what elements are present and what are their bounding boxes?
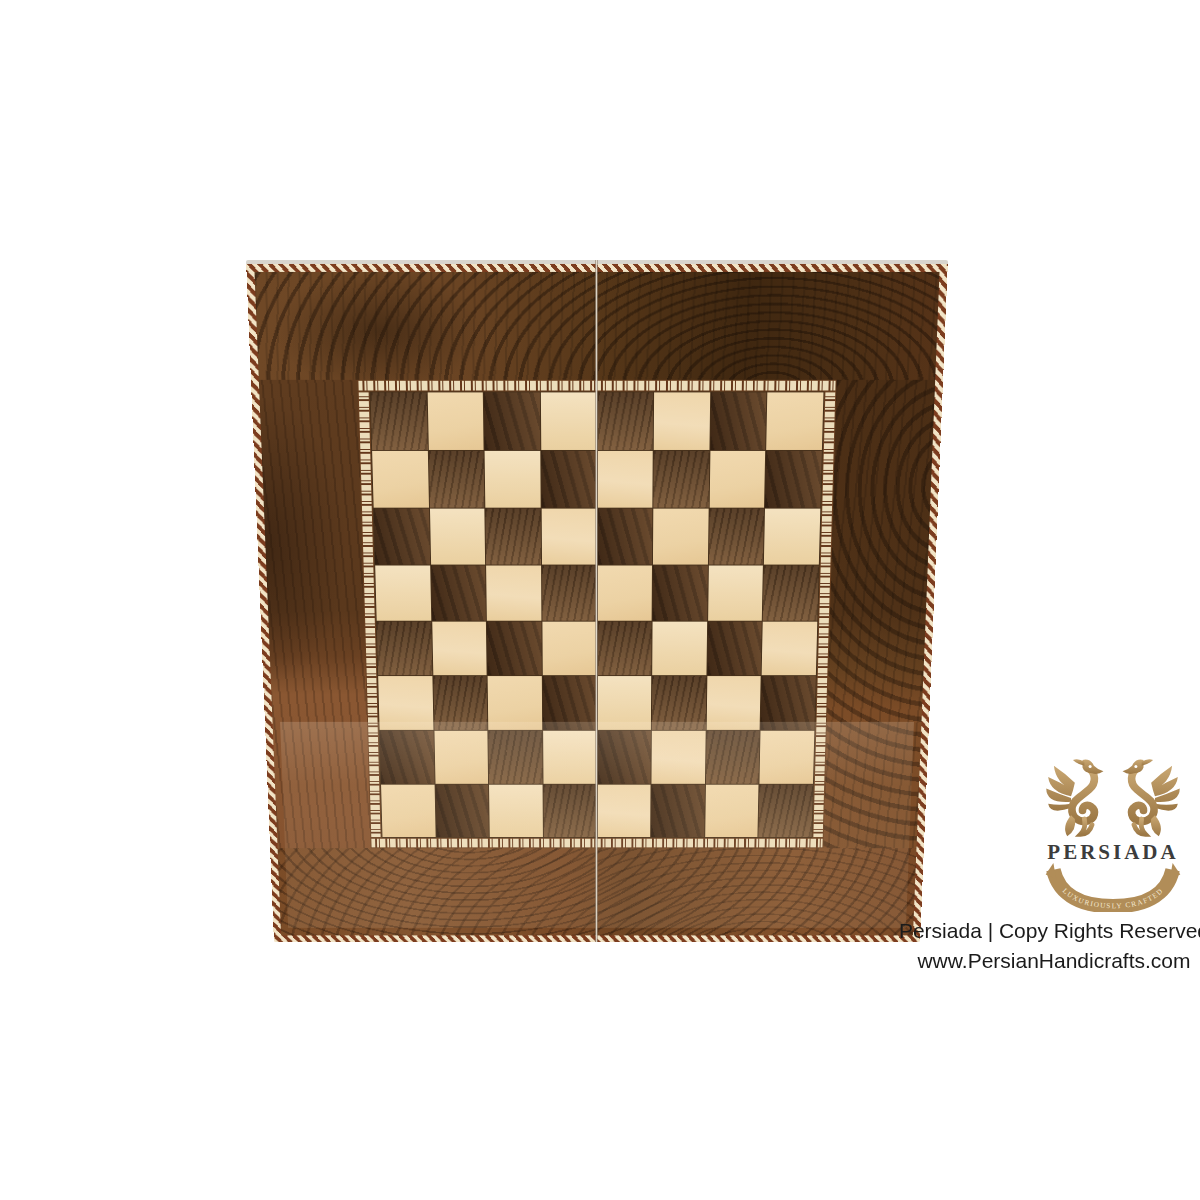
square-f2	[652, 731, 706, 784]
square-d3	[543, 676, 597, 730]
square-c5	[486, 565, 541, 620]
square-e3	[597, 676, 651, 730]
square-f4	[652, 621, 707, 675]
square-e6	[597, 508, 652, 564]
square-b7	[428, 451, 484, 508]
square-e5	[597, 565, 652, 620]
copyright-block: Persiada | Copy Rights Reserved www.Pers…	[898, 916, 1200, 976]
square-a1	[381, 785, 435, 837]
square-a3	[378, 676, 433, 730]
square-c7	[485, 451, 541, 508]
board-hinge-seam	[595, 260, 598, 942]
chess-board	[246, 260, 948, 942]
square-a8	[371, 392, 428, 449]
square-g7	[709, 451, 765, 508]
product-photo-stage: PERSIADA LUXURIOUSLY CRAFTED Persiada | …	[0, 0, 1200, 1200]
square-f1	[651, 785, 705, 837]
square-g1	[705, 785, 759, 837]
square-e7	[597, 451, 652, 508]
square-a7	[372, 451, 429, 508]
square-b1	[435, 785, 489, 837]
square-d8	[541, 392, 597, 449]
square-h3	[761, 676, 816, 730]
square-e2	[597, 731, 651, 784]
logo-ribbon: LUXURIOUSLY CRAFTED	[1043, 862, 1183, 912]
square-f8	[654, 392, 710, 449]
copyright-line2: www.PersianHandicrafts.com	[898, 946, 1200, 976]
square-d6	[542, 508, 597, 564]
square-c2	[489, 731, 543, 784]
square-b8	[427, 392, 484, 449]
square-e1	[597, 785, 650, 837]
square-h2	[760, 731, 815, 784]
square-b6	[430, 508, 486, 564]
square-f7	[653, 451, 709, 508]
square-c3	[488, 676, 542, 730]
square-c1	[489, 785, 543, 837]
square-a2	[380, 731, 435, 784]
square-c8	[484, 392, 540, 449]
square-h8	[767, 392, 824, 449]
square-e4	[597, 621, 651, 675]
square-d7	[541, 451, 596, 508]
square-b3	[433, 676, 488, 730]
square-b4	[432, 621, 487, 675]
square-g4	[707, 621, 762, 675]
square-h5	[763, 565, 819, 620]
square-g3	[706, 676, 761, 730]
square-g2	[706, 731, 760, 784]
square-h6	[764, 508, 820, 564]
square-f3	[652, 676, 706, 730]
square-d2	[543, 731, 597, 784]
square-d4	[542, 621, 596, 675]
square-h4	[762, 621, 817, 675]
square-c6	[486, 508, 541, 564]
square-e8	[597, 392, 653, 449]
square-b2	[434, 731, 488, 784]
persiada-logo: PERSIADA LUXURIOUSLY CRAFTED	[1040, 758, 1186, 912]
square-f5	[653, 565, 708, 620]
square-f6	[653, 508, 708, 564]
square-h7	[765, 451, 822, 508]
square-g6	[709, 508, 765, 564]
square-g8	[710, 392, 767, 449]
square-d1	[543, 785, 596, 837]
square-c4	[487, 621, 542, 675]
square-h1	[759, 785, 813, 837]
square-g5	[708, 565, 763, 620]
copyright-line1: Persiada | Copy Rights Reserved	[898, 916, 1200, 946]
square-a4	[377, 621, 432, 675]
square-b5	[431, 565, 486, 620]
square-a5	[375, 565, 431, 620]
griffin-emblem-icon	[1046, 758, 1180, 840]
square-d5	[542, 565, 597, 620]
square-a6	[374, 508, 430, 564]
